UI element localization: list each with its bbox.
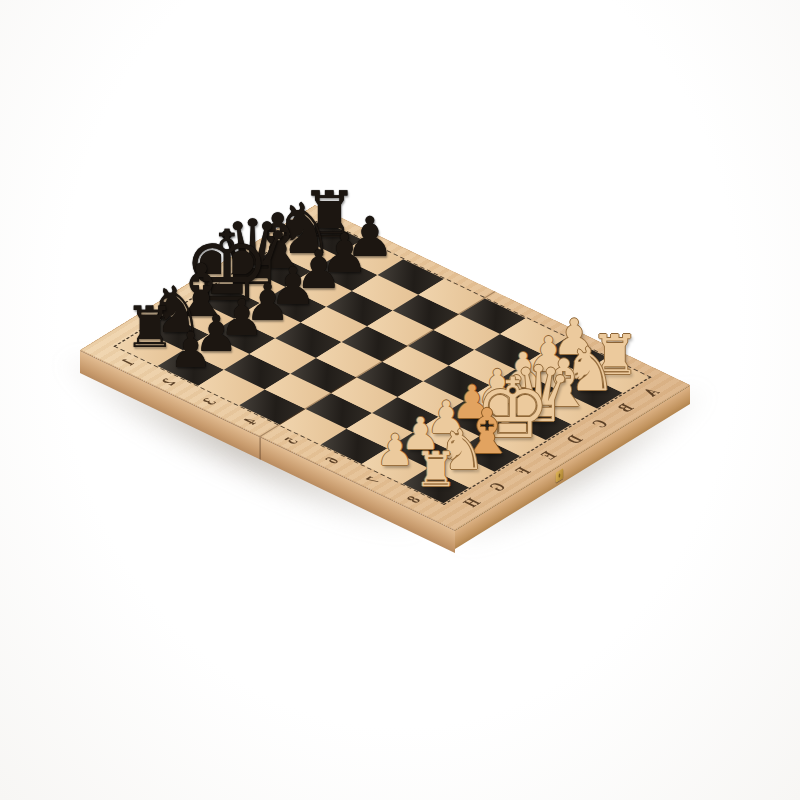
brass-latch-icon [556,468,564,483]
black-rook-h1[interactable]: ♜ [124,299,175,356]
black-pawn-h2[interactable]: ♟ [169,326,213,375]
fold-seam-side [259,437,260,460]
white-rook-h8[interactable]: ♜ [414,444,457,492]
product-photo-scene: 12345678 HGFEDCBA ♜♞♟♝♟♛♟♚♟♝♟♞♟♜♟♟♟♟♜♟♞♟… [0,0,800,800]
white-pawn-h7[interactable]: ♟ [376,429,415,472]
